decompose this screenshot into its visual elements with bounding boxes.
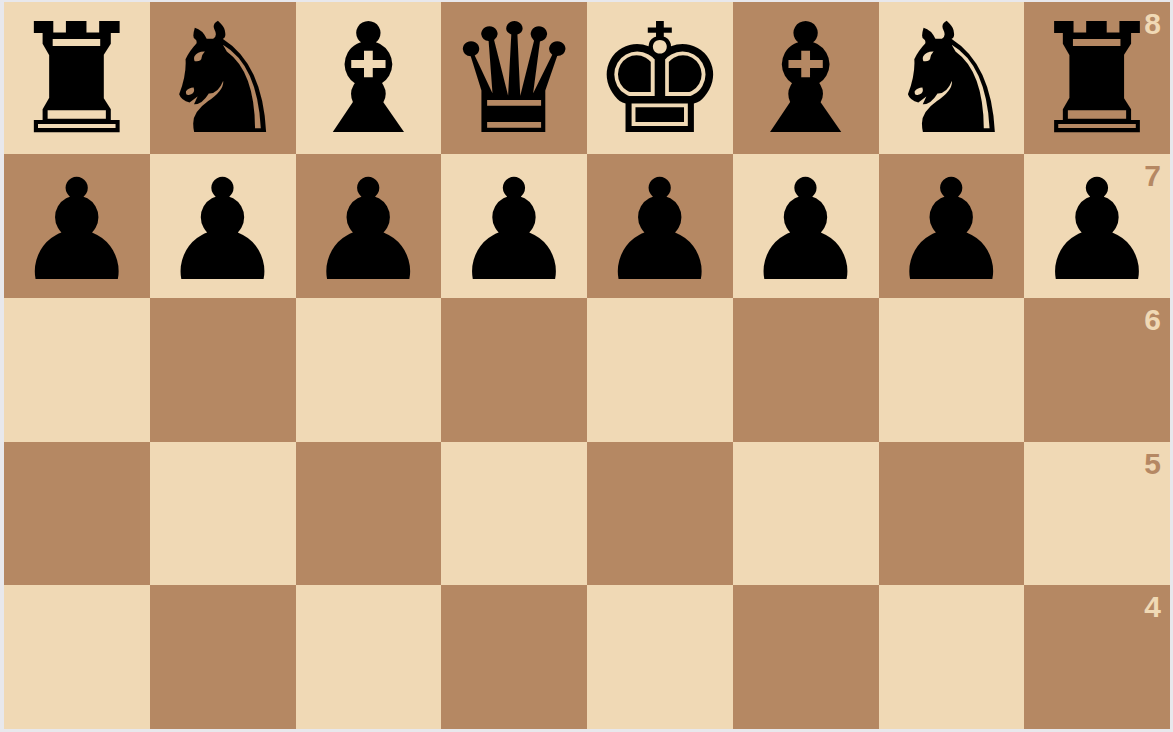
square-g6[interactable] — [879, 298, 1025, 442]
square-g8[interactable]: ♞ — [879, 2, 1025, 154]
chess-board: ♜♞♝♛♚♝♞♜8♟♟♟♟♟♟♟♟7654 — [4, 2, 1170, 729]
square-c5[interactable] — [296, 442, 442, 586]
square-a5[interactable] — [4, 442, 150, 586]
square-h8[interactable]: ♜8 — [1024, 2, 1170, 154]
square-g7[interactable]: ♟ — [879, 154, 1025, 298]
rank-label-7: 7 — [1144, 161, 1161, 191]
piece-bp-f7[interactable]: ♟ — [743, 161, 869, 301]
piece-bp-b7[interactable]: ♟ — [160, 161, 286, 301]
piece-bp-c7[interactable]: ♟ — [306, 161, 432, 301]
piece-bk-e8[interactable]: ♚ — [592, 4, 728, 156]
square-g4[interactable] — [879, 585, 1025, 729]
square-h6[interactable]: 6 — [1024, 298, 1170, 442]
square-h7[interactable]: ♟7 — [1024, 154, 1170, 298]
square-e5[interactable] — [587, 442, 733, 586]
piece-bb-f8[interactable]: ♝ — [737, 4, 873, 156]
square-d8[interactable]: ♛ — [441, 2, 587, 154]
square-h4[interactable]: 4 — [1024, 585, 1170, 729]
piece-bn-g8[interactable]: ♞ — [883, 4, 1019, 156]
square-a6[interactable] — [4, 298, 150, 442]
rank-label-4: 4 — [1144, 592, 1161, 622]
square-b8[interactable]: ♞ — [150, 2, 296, 154]
piece-br-a8[interactable]: ♜ — [9, 4, 145, 156]
square-c6[interactable] — [296, 298, 442, 442]
square-f5[interactable] — [733, 442, 879, 586]
square-e4[interactable] — [587, 585, 733, 729]
rank-label-5: 5 — [1144, 449, 1161, 479]
square-g5[interactable] — [879, 442, 1025, 586]
square-d6[interactable] — [441, 298, 587, 442]
square-a7[interactable]: ♟ — [4, 154, 150, 298]
square-a4[interactable] — [4, 585, 150, 729]
square-b6[interactable] — [150, 298, 296, 442]
square-e8[interactable]: ♚ — [587, 2, 733, 154]
square-c4[interactable] — [296, 585, 442, 729]
piece-bp-a7[interactable]: ♟ — [14, 161, 140, 301]
square-d4[interactable] — [441, 585, 587, 729]
piece-bq-d8[interactable]: ♛ — [446, 4, 582, 156]
square-b5[interactable] — [150, 442, 296, 586]
square-a8[interactable]: ♜ — [4, 2, 150, 154]
square-f6[interactable] — [733, 298, 879, 442]
square-c8[interactable]: ♝ — [296, 2, 442, 154]
square-b4[interactable] — [150, 585, 296, 729]
square-f4[interactable] — [733, 585, 879, 729]
square-d5[interactable] — [441, 442, 587, 586]
rank-label-8: 8 — [1144, 9, 1161, 39]
square-c7[interactable]: ♟ — [296, 154, 442, 298]
rank-label-6: 6 — [1144, 305, 1161, 335]
square-b7[interactable]: ♟ — [150, 154, 296, 298]
square-d7[interactable]: ♟ — [441, 154, 587, 298]
piece-bp-e7[interactable]: ♟ — [597, 161, 723, 301]
piece-bp-h7[interactable]: ♟ — [1034, 161, 1160, 301]
square-e7[interactable]: ♟ — [587, 154, 733, 298]
piece-bp-d7[interactable]: ♟ — [451, 161, 577, 301]
piece-bb-c8[interactable]: ♝ — [300, 4, 436, 156]
square-h5[interactable]: 5 — [1024, 442, 1170, 586]
piece-bn-b8[interactable]: ♞ — [154, 4, 290, 156]
piece-bp-g7[interactable]: ♟ — [889, 161, 1015, 301]
square-e6[interactable] — [587, 298, 733, 442]
square-f7[interactable]: ♟ — [733, 154, 879, 298]
square-f8[interactable]: ♝ — [733, 2, 879, 154]
